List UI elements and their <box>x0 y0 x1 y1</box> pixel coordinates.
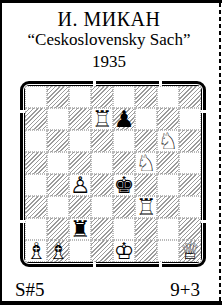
frame-seam <box>159 262 162 267</box>
square-g2 <box>157 218 179 240</box>
frame-seam <box>201 110 206 113</box>
piece-white-knight-f5: ♞♘ <box>135 152 157 174</box>
square-d3 <box>91 196 113 218</box>
square-a4 <box>25 174 47 196</box>
frame-seam <box>93 262 96 267</box>
piece-black-pawn-e7: ♟ <box>113 108 135 130</box>
square-c4: ♟♙ <box>69 174 91 196</box>
square-f8 <box>135 86 157 108</box>
square-a7 <box>25 108 47 130</box>
square-a1: ♝♗ <box>25 240 47 262</box>
board-grid: ♜♖♟♞♘♞♘♟♙♚♜♖♜♝♗♝♗♚♔♛♕ <box>25 86 201 262</box>
piece-white-knight-g6: ♞♘ <box>157 130 179 152</box>
square-d5 <box>91 152 113 174</box>
square-c7 <box>69 108 91 130</box>
square-c8 <box>69 86 91 108</box>
square-g7 <box>157 108 179 130</box>
problem-author: И. МИКАН <box>2 8 216 31</box>
square-a3 <box>25 196 47 218</box>
square-g6: ♞♘ <box>157 130 179 152</box>
piece-black-king-e4: ♚ <box>113 174 135 196</box>
square-h2 <box>179 218 201 240</box>
square-h6 <box>179 130 201 152</box>
square-f6 <box>135 130 157 152</box>
square-f3: ♜♖ <box>135 196 157 218</box>
frame-seam <box>93 81 96 86</box>
square-g3 <box>157 196 179 218</box>
square-g8 <box>157 86 179 108</box>
square-c5 <box>69 152 91 174</box>
square-b5 <box>47 152 69 174</box>
square-f7 <box>135 108 157 130</box>
chessboard: ♜♖♟♞♘♞♘♟♙♚♜♖♜♝♗♝♗♚♔♛♕ <box>20 81 206 267</box>
square-h1: ♛♕ <box>179 240 201 262</box>
square-d6 <box>91 130 113 152</box>
square-a6 <box>25 130 47 152</box>
square-a8 <box>25 86 47 108</box>
square-e7: ♟ <box>113 108 135 130</box>
square-h3 <box>179 196 201 218</box>
square-f5: ♞♘ <box>135 152 157 174</box>
square-b3 <box>47 196 69 218</box>
piece-white-pawn-c4: ♟♙ <box>69 174 91 196</box>
square-e4: ♚ <box>113 174 135 196</box>
square-b1: ♝♗ <box>47 240 69 262</box>
square-e8 <box>113 86 135 108</box>
diagram-footer: S#5 9+3 <box>15 279 200 301</box>
piece-white-bishop-a1: ♝♗ <box>25 240 47 262</box>
square-g1 <box>157 240 179 262</box>
piece-white-queen-h1: ♛♕ <box>179 240 201 262</box>
square-h7 <box>179 108 201 130</box>
square-e3 <box>113 196 135 218</box>
square-e5 <box>113 152 135 174</box>
square-d8 <box>91 86 113 108</box>
square-e6 <box>113 130 135 152</box>
square-a5 <box>25 152 47 174</box>
piece-white-rook-d7: ♜♖ <box>91 108 113 130</box>
square-b2 <box>47 218 69 240</box>
page-divider-dashed <box>219 3 221 301</box>
square-h4 <box>179 174 201 196</box>
square-h8 <box>179 86 201 108</box>
square-c1 <box>69 240 91 262</box>
square-h5 <box>179 152 201 174</box>
piece-black-rook-c2: ♜ <box>69 218 91 240</box>
square-b7 <box>47 108 69 130</box>
frame-seam <box>20 220 25 223</box>
frame-seam <box>159 81 162 86</box>
square-b6 <box>47 130 69 152</box>
square-b4 <box>47 174 69 196</box>
square-g4 <box>157 174 179 196</box>
square-f4 <box>135 174 157 196</box>
square-c6 <box>69 130 91 152</box>
material-count: 9+3 <box>170 279 200 301</box>
square-b8 <box>47 86 69 108</box>
square-e1: ♚♔ <box>113 240 135 262</box>
square-d7: ♜♖ <box>91 108 113 130</box>
square-e2 <box>113 218 135 240</box>
square-f1 <box>135 240 157 262</box>
chessboard-inner-frame: ♜♖♟♞♘♞♘♟♙♚♜♖♜♝♗♝♗♚♔♛♕ <box>24 85 202 263</box>
frame-seam <box>201 220 206 223</box>
square-c3 <box>69 196 91 218</box>
piece-white-king-e1: ♚♔ <box>113 240 135 262</box>
stipulation: S#5 <box>15 279 45 301</box>
square-c2: ♜ <box>69 218 91 240</box>
problem-diagram-page: И. МИКАН “Ceskoslovensky Sach” 1935 ♜♖♟♞… <box>0 0 222 305</box>
problem-year: 1935 <box>2 52 216 72</box>
square-a2 <box>25 218 47 240</box>
problem-source: “Ceskoslovensky Sach” <box>2 30 216 50</box>
square-d1 <box>91 240 113 262</box>
piece-white-rook-f3: ♜♖ <box>135 196 157 218</box>
piece-white-bishop-b1: ♝♗ <box>47 240 69 262</box>
square-f2 <box>135 218 157 240</box>
square-d2 <box>91 218 113 240</box>
square-d4 <box>91 174 113 196</box>
frame-seam <box>20 110 25 113</box>
square-g5 <box>157 152 179 174</box>
